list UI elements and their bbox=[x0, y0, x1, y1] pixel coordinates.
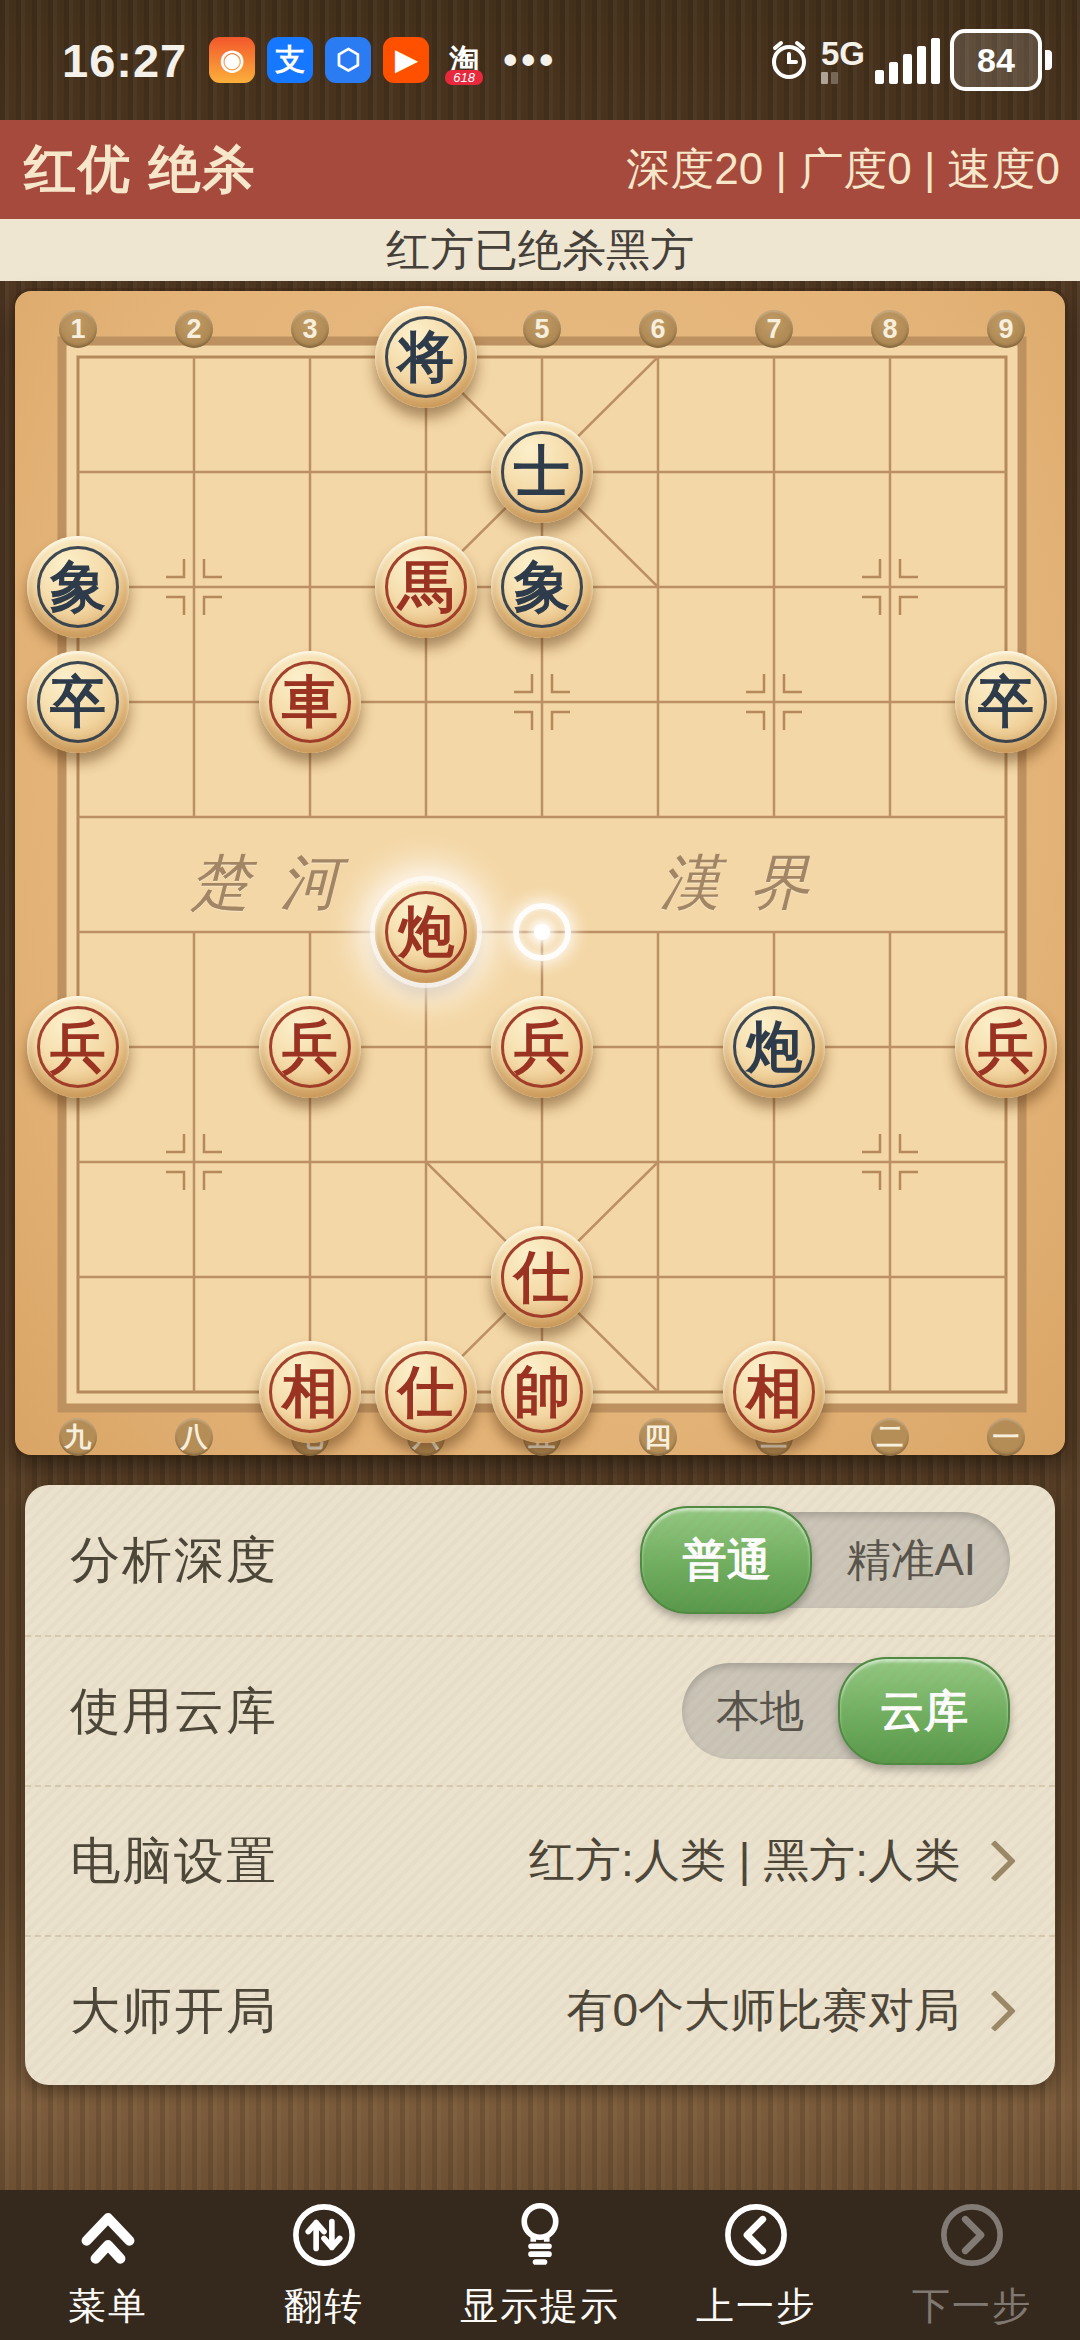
xiangqi-board[interactable]: 楚河 漢界 123456789九八七六五四三二一将士象馬象卒車卒炮兵兵兵炮兵仕相… bbox=[15, 291, 1065, 1455]
river-text-right: 漢界 bbox=[660, 843, 840, 924]
alipay-glyph: 支 bbox=[275, 45, 305, 75]
black-cannon-piece[interactable]: 炮 bbox=[723, 996, 825, 1098]
toggle-option-普通[interactable]: 普通 bbox=[640, 1506, 812, 1614]
file-label-top-7: 7 bbox=[755, 310, 793, 348]
piece-glyph: 象 bbox=[514, 558, 570, 614]
settings-row-4[interactable]: 大师开局有0个大师比赛对局 bbox=[25, 1935, 1055, 2085]
toggle-option-本地[interactable]: 本地 bbox=[682, 1663, 838, 1759]
security-app-icon: ⬡ bbox=[325, 37, 371, 83]
nav-menu-button[interactable]: 菜单 bbox=[0, 2190, 216, 2340]
file-label-top-6: 6 bbox=[639, 310, 677, 348]
piece-glyph: 士 bbox=[514, 443, 570, 499]
piece-glyph: 炮 bbox=[398, 903, 454, 959]
red-advisor-piece[interactable]: 仕 bbox=[375, 1341, 477, 1443]
piece-glyph: 兵 bbox=[514, 1018, 570, 1074]
settings-rows: 分析深度普通精准AI使用云库本地云库电脑设置红方:人类 | 黑方:人类大师开局有… bbox=[25, 1485, 1055, 2085]
evaluation-title: 红优 绝杀 bbox=[24, 135, 256, 205]
volte-icon bbox=[821, 72, 838, 84]
red-soldier-piece[interactable]: 兵 bbox=[259, 996, 361, 1098]
kuaishou-glyph: ▶ bbox=[395, 46, 417, 74]
nav-label: 翻转 bbox=[284, 2281, 364, 2332]
badge-618: 618 bbox=[445, 70, 483, 85]
red-king-piece[interactable]: 帥 bbox=[491, 1341, 593, 1443]
black-soldier-piece[interactable]: 卒 bbox=[955, 651, 1057, 753]
security-glyph: ⬡ bbox=[336, 46, 360, 74]
nav-label: 显示提示 bbox=[460, 2281, 620, 2332]
engine-stats: 深度20 | 广度0 | 速度0 bbox=[626, 140, 1060, 199]
settings-value: 有0个大师比赛对局 bbox=[566, 1980, 960, 2042]
result-banner: 红方已绝杀黑方 bbox=[0, 219, 1080, 281]
chevron-right-icon[interactable] bbox=[974, 1840, 1016, 1882]
weibo-app-icon: ◉ bbox=[209, 37, 255, 83]
nav-hint-button[interactable]: 显示提示 bbox=[432, 2190, 648, 2340]
nav-label: 上一步 bbox=[696, 2281, 816, 2332]
network-type: 5G bbox=[821, 37, 865, 84]
file-label-top-1: 1 bbox=[59, 310, 97, 348]
piece-glyph: 兵 bbox=[50, 1018, 106, 1074]
battery-indicator: 84 bbox=[950, 29, 1052, 91]
settings-value-group: 红方:人类 | 黑方:人类 bbox=[529, 1830, 1010, 1892]
black-soldier-piece[interactable]: 卒 bbox=[27, 651, 129, 753]
file-label-top-9: 9 bbox=[987, 310, 1025, 348]
menu-icon bbox=[72, 2199, 144, 2275]
file-label-bottom-1: 九 bbox=[59, 1418, 97, 1456]
analysis-settings-card: 分析深度普通精准AI使用云库本地云库电脑设置红方:人类 | 黑方:人类大师开局有… bbox=[25, 1485, 1055, 2085]
battery-level: 84 bbox=[950, 29, 1042, 91]
settings-value: 红方:人类 | 黑方:人类 bbox=[529, 1830, 960, 1892]
piece-glyph: 兵 bbox=[282, 1018, 338, 1074]
bottom-toolbar: 菜单翻转显示提示上一步下一步 bbox=[0, 2190, 1080, 2340]
undo-icon bbox=[720, 2199, 792, 2275]
toggle-option-精准AI[interactable]: 精准AI bbox=[812, 1512, 1010, 1608]
black-advisor-piece[interactable]: 士 bbox=[491, 421, 593, 523]
red-horse-piece[interactable]: 馬 bbox=[375, 536, 477, 638]
piece-glyph: 馬 bbox=[398, 558, 454, 614]
weibo-glyph: ◉ bbox=[220, 46, 244, 74]
file-label-bottom-9: 一 bbox=[987, 1418, 1025, 1456]
status-indicators: 5G 84 bbox=[767, 0, 1052, 120]
taobao-app-icon: 淘618 bbox=[441, 37, 487, 83]
status-bar: 16:27 ◉支⬡▶淘618 ••• 5G 84 bbox=[0, 0, 1080, 120]
piece-glyph: 相 bbox=[282, 1363, 338, 1419]
toggle-1: 普通精准AI bbox=[640, 1512, 1010, 1608]
nav-redo-button: 下一步 bbox=[864, 2190, 1080, 2340]
alarm-clock-icon bbox=[767, 38, 811, 82]
hint-icon bbox=[504, 2199, 576, 2275]
red-elephant-piece[interactable]: 相 bbox=[723, 1341, 825, 1443]
piece-glyph: 車 bbox=[282, 673, 338, 729]
black-general-piece[interactable]: 将 bbox=[375, 306, 477, 408]
alipay-app-icon: 支 bbox=[267, 37, 313, 83]
move-origin-marker bbox=[513, 903, 571, 961]
nav-flip-button[interactable]: 翻转 bbox=[216, 2190, 432, 2340]
piece-glyph: 仕 bbox=[514, 1248, 570, 1304]
settings-row-2: 使用云库本地云库 bbox=[25, 1635, 1055, 1785]
piece-glyph: 相 bbox=[746, 1363, 802, 1419]
settings-label: 使用云库 bbox=[70, 1678, 278, 1745]
file-label-top-8: 8 bbox=[871, 310, 909, 348]
red-soldier-piece[interactable]: 兵 bbox=[27, 996, 129, 1098]
piece-glyph: 帥 bbox=[514, 1363, 570, 1419]
file-label-bottom-2: 八 bbox=[175, 1418, 213, 1456]
piece-glyph: 炮 bbox=[746, 1018, 802, 1074]
river-text-left: 楚河 bbox=[190, 843, 370, 924]
black-elephant-piece[interactable]: 象 bbox=[491, 536, 593, 638]
piece-glyph: 仕 bbox=[398, 1363, 454, 1419]
signal-bars-icon bbox=[875, 36, 940, 84]
red-soldier-piece[interactable]: 兵 bbox=[955, 996, 1057, 1098]
settings-value-group: 有0个大师比赛对局 bbox=[566, 1980, 1010, 2042]
clock-time: 16:27 bbox=[62, 33, 187, 88]
file-label-bottom-6: 四 bbox=[639, 1418, 677, 1456]
chevron-right-icon[interactable] bbox=[974, 1990, 1016, 2032]
red-chariot-piece[interactable]: 車 bbox=[259, 651, 361, 753]
nav-label: 菜单 bbox=[68, 2281, 148, 2332]
red-elephant-piece[interactable]: 相 bbox=[259, 1341, 361, 1443]
nav-label: 下一步 bbox=[912, 2281, 1032, 2332]
file-label-top-5: 5 bbox=[523, 310, 561, 348]
file-label-top-2: 2 bbox=[175, 310, 213, 348]
notification-app-icons: ◉支⬡▶淘618 bbox=[209, 37, 487, 83]
battery-nub bbox=[1045, 50, 1052, 70]
kuaishou-app-icon: ▶ bbox=[383, 37, 429, 83]
toggle-option-云库[interactable]: 云库 bbox=[838, 1657, 1010, 1765]
piece-glyph: 卒 bbox=[50, 673, 106, 729]
settings-row-1: 分析深度普通精准AI bbox=[25, 1485, 1055, 1635]
file-label-top-3: 3 bbox=[291, 310, 329, 348]
flip-icon bbox=[288, 2199, 360, 2275]
settings-label: 电脑设置 bbox=[70, 1828, 278, 1895]
piece-glyph: 象 bbox=[50, 558, 106, 614]
piece-glyph: 卒 bbox=[978, 673, 1034, 729]
more-notifications-icon: ••• bbox=[503, 38, 557, 83]
red-advisor-piece[interactable]: 仕 bbox=[491, 1226, 593, 1328]
settings-label: 大师开局 bbox=[70, 1978, 278, 2045]
redo-icon bbox=[936, 2199, 1008, 2275]
red-cannon-piece[interactable]: 炮 bbox=[375, 881, 477, 983]
piece-glyph: 将 bbox=[398, 328, 454, 384]
piece-glyph: 兵 bbox=[978, 1018, 1034, 1074]
nav-undo-button[interactable]: 上一步 bbox=[648, 2190, 864, 2340]
toggle-2: 本地云库 bbox=[682, 1663, 1010, 1759]
settings-row-3[interactable]: 电脑设置红方:人类 | 黑方:人类 bbox=[25, 1785, 1055, 1935]
file-label-bottom-8: 二 bbox=[871, 1418, 909, 1456]
black-elephant-piece[interactable]: 象 bbox=[27, 536, 129, 638]
analysis-header: 红优 绝杀 深度20 | 广度0 | 速度0 bbox=[0, 120, 1080, 219]
red-soldier-piece[interactable]: 兵 bbox=[491, 996, 593, 1098]
settings-label: 分析深度 bbox=[70, 1527, 278, 1594]
